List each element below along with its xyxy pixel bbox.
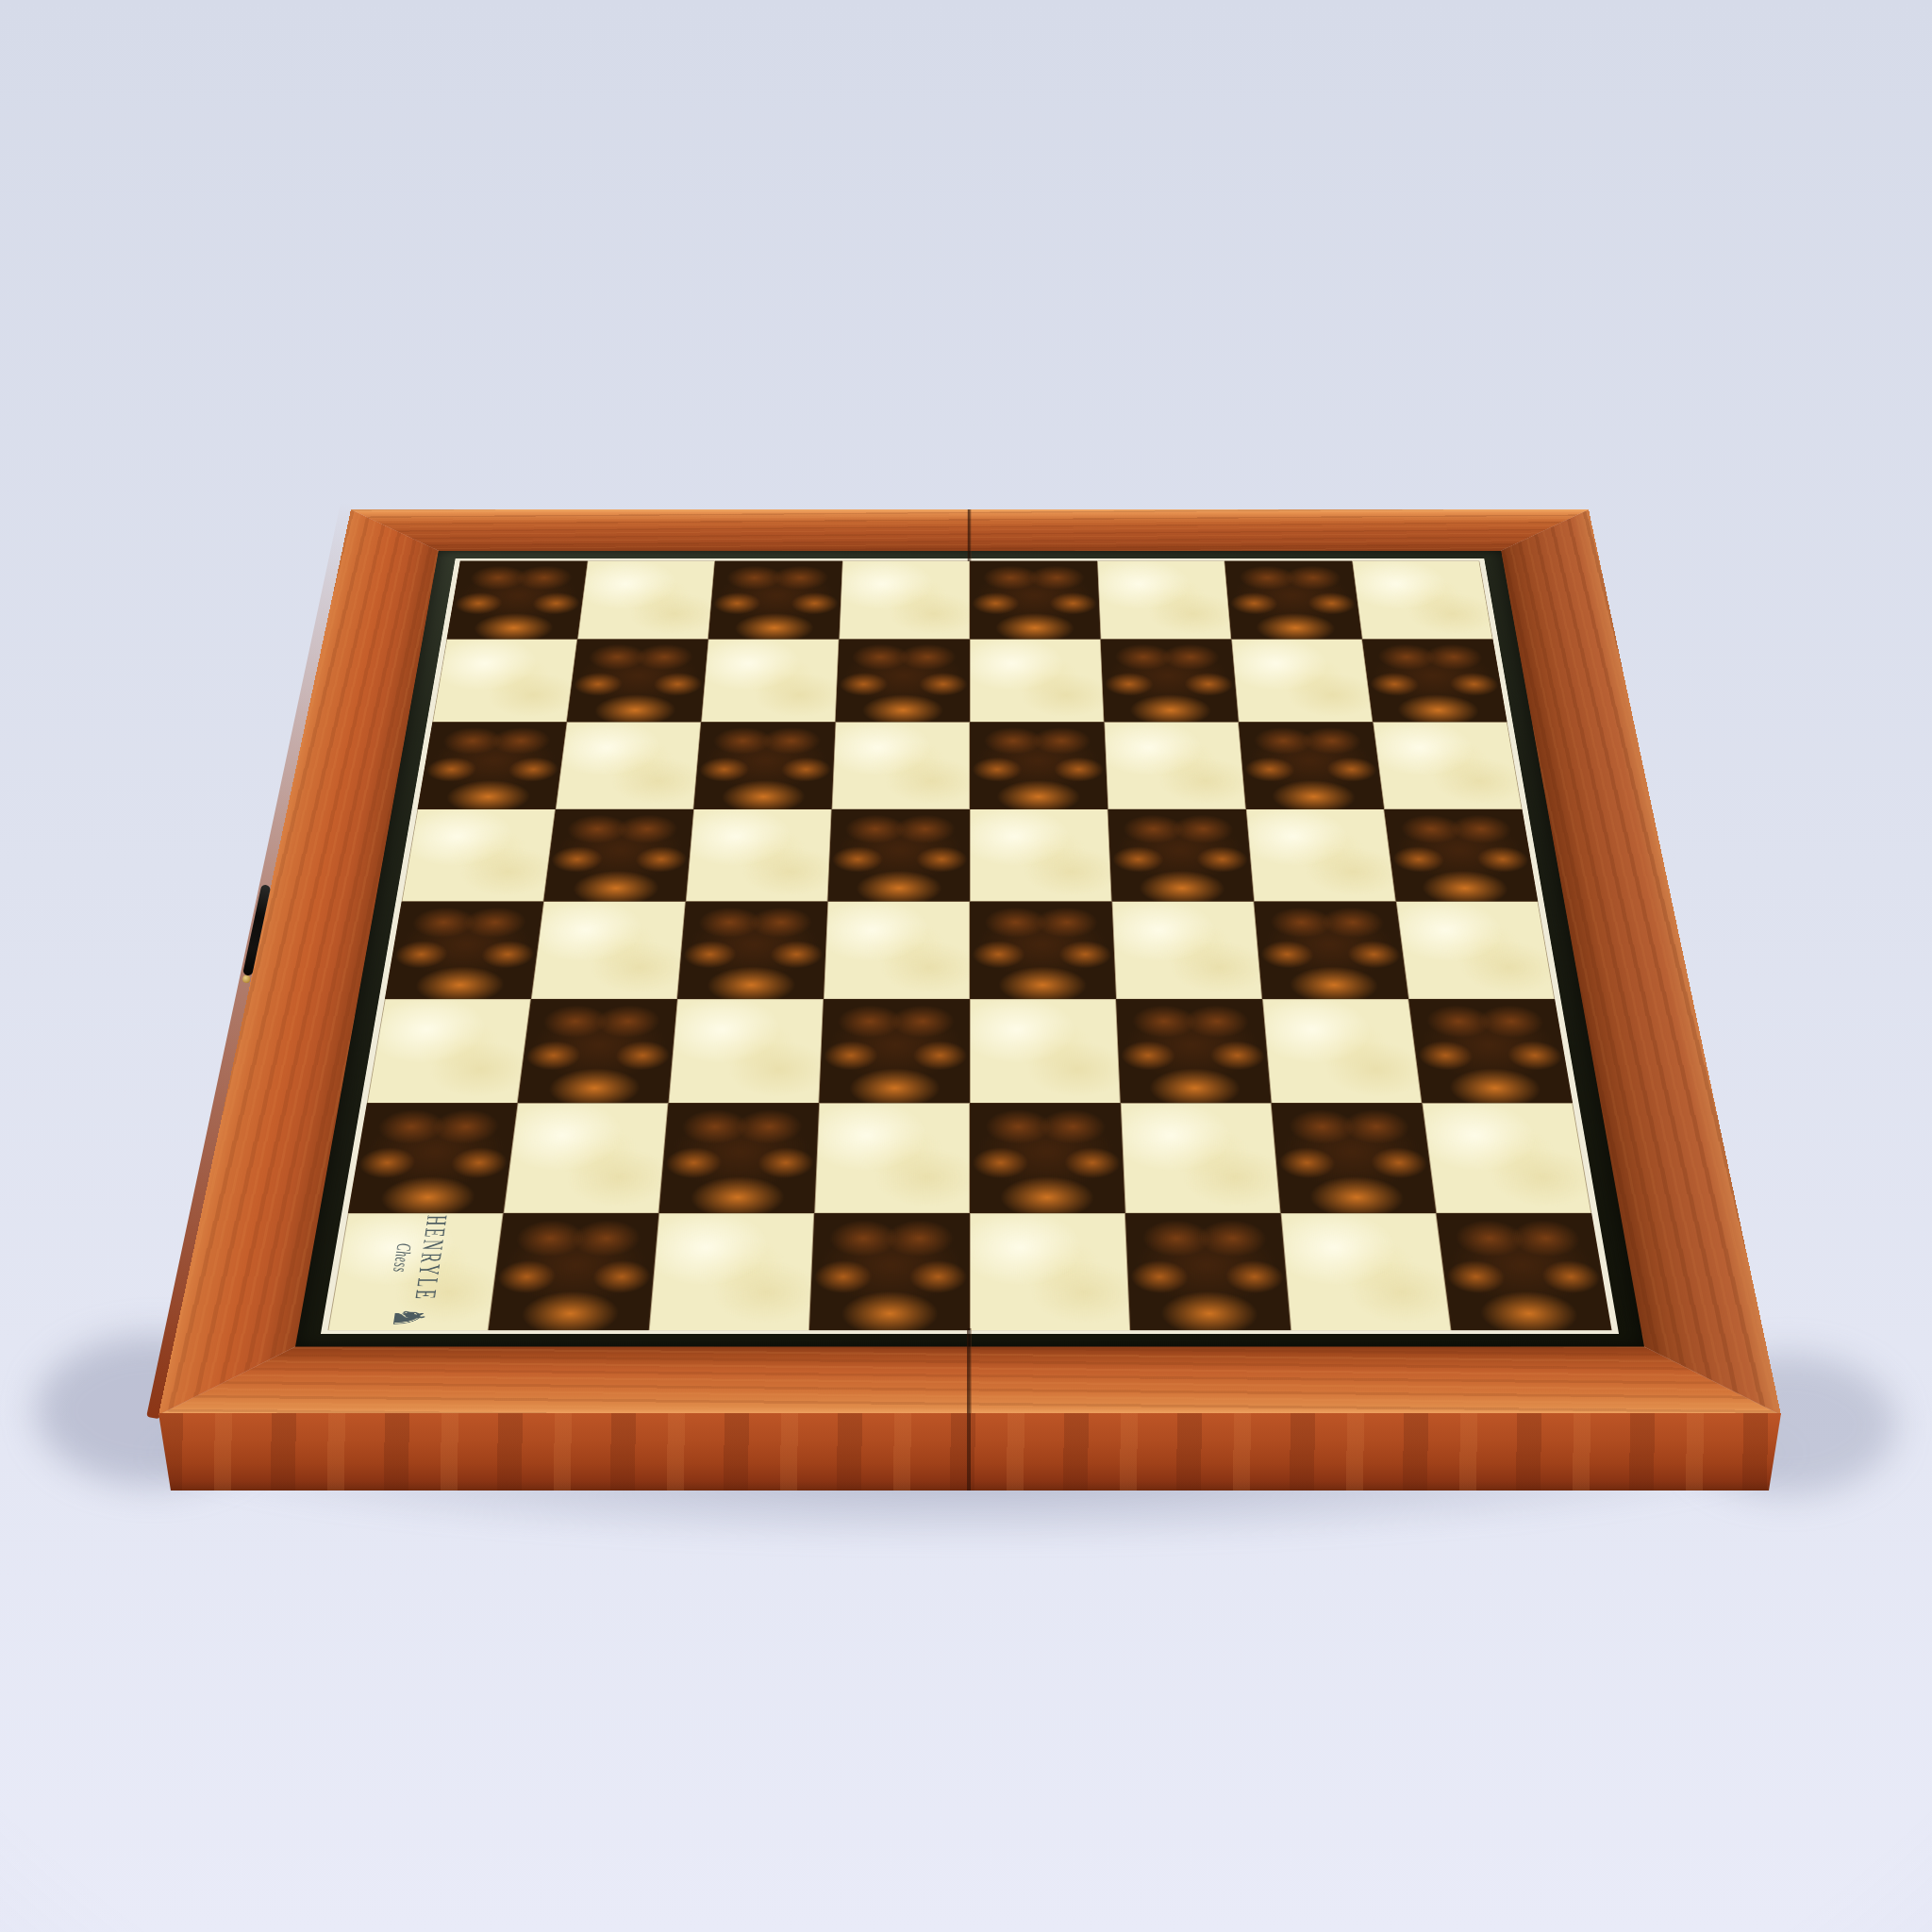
board-square xyxy=(824,902,970,1000)
board-square xyxy=(432,640,577,723)
board-square xyxy=(970,809,1112,902)
board-square xyxy=(1121,1103,1281,1213)
board-square xyxy=(1373,722,1522,809)
board-front-side-face xyxy=(158,1413,1781,1491)
board-square xyxy=(543,809,693,902)
board-square xyxy=(970,1103,1125,1213)
board-square xyxy=(970,999,1121,1103)
board-square xyxy=(839,561,970,640)
fold-seam-top xyxy=(968,509,972,561)
board-square xyxy=(1239,722,1384,809)
board-square xyxy=(504,1103,669,1213)
board-square xyxy=(402,809,556,902)
chess-board: HENRYLE Chess ♞ xyxy=(158,509,1781,1415)
board-square xyxy=(819,999,970,1103)
board-square xyxy=(1352,561,1492,640)
board-square xyxy=(1125,1213,1291,1330)
board-square xyxy=(649,1213,814,1330)
board-square xyxy=(489,1213,659,1330)
board-square xyxy=(348,1103,518,1213)
board-square xyxy=(327,1213,503,1330)
board-square xyxy=(1112,902,1263,1000)
board-square xyxy=(1272,1103,1437,1213)
board-square xyxy=(1231,640,1373,723)
fold-seam-front xyxy=(967,1413,971,1491)
board-square xyxy=(693,722,835,809)
board-square xyxy=(556,722,701,809)
board-square xyxy=(814,1103,970,1213)
board-square xyxy=(970,722,1108,809)
board-square xyxy=(1104,722,1245,809)
board-square xyxy=(531,902,686,1000)
board-square xyxy=(385,902,543,1000)
board-square xyxy=(708,561,842,640)
board-square xyxy=(970,561,1101,640)
board-square xyxy=(1101,640,1239,723)
board-square xyxy=(686,809,832,902)
board-square xyxy=(1224,561,1362,640)
board-square xyxy=(1384,809,1538,902)
board-square xyxy=(417,722,566,809)
board-square xyxy=(1281,1213,1452,1330)
board-square xyxy=(1262,999,1422,1103)
board-square xyxy=(1422,1103,1591,1213)
board-square xyxy=(1254,902,1408,1000)
board-square xyxy=(1408,999,1573,1103)
fold-seam-bottom xyxy=(967,1328,972,1415)
board-square xyxy=(832,722,970,809)
board-square xyxy=(677,902,828,1000)
board-square xyxy=(1436,1213,1611,1330)
board-square xyxy=(827,809,970,902)
board-square xyxy=(1097,561,1231,640)
board-square xyxy=(567,640,708,723)
board-square xyxy=(1362,640,1507,723)
board-square xyxy=(970,640,1104,723)
studio-backdrop: HENRYLE Chess ♞ xyxy=(0,0,1932,1932)
board-square xyxy=(577,561,715,640)
board-square xyxy=(446,561,587,640)
board-square xyxy=(1116,999,1271,1103)
board-square xyxy=(809,1213,970,1330)
board-square xyxy=(970,1213,1130,1330)
playing-field: HENRYLE Chess ♞ xyxy=(327,561,1611,1331)
board-square xyxy=(658,1103,819,1213)
board-square xyxy=(1108,809,1254,902)
board-square xyxy=(518,999,677,1103)
board-square xyxy=(970,902,1116,1000)
board-square xyxy=(367,999,531,1103)
board-square xyxy=(1246,809,1396,902)
board-square xyxy=(668,999,823,1103)
board-square xyxy=(836,640,970,723)
board-square xyxy=(1396,902,1555,1000)
board-square xyxy=(701,640,839,723)
